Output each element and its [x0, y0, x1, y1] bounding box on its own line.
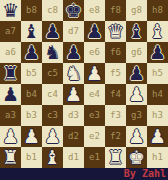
square-label: g8: [131, 6, 142, 15]
white-knight-icon: ♞: [65, 63, 82, 84]
square-g5[interactable]: ♟: [126, 63, 147, 84]
square-c8[interactable]: c8: [42, 0, 63, 21]
square-label: e2: [89, 132, 100, 141]
chess-board: ♛b8c8♚e8f8g8h8a7♝♟d7♟♛♝♝a6♟♞♟e6f6g6♟♜b5c…: [0, 0, 168, 168]
square-c7[interactable]: ♟: [42, 21, 63, 42]
square-b4[interactable]: b4: [21, 84, 42, 105]
square-e7[interactable]: ♟: [84, 21, 105, 42]
square-label: b8: [26, 6, 37, 15]
square-label: f6: [110, 48, 121, 57]
square-c3[interactable]: c3: [42, 105, 63, 126]
square-label: f2: [110, 132, 121, 141]
square-d8[interactable]: ♚: [63, 0, 84, 21]
square-label: e3: [89, 111, 100, 120]
square-label: c8: [47, 6, 58, 15]
square-g7[interactable]: ♝: [126, 21, 147, 42]
white-pawn-icon: ♟: [2, 126, 19, 147]
square-g6[interactable]: g6: [126, 42, 147, 63]
credit-text: By Zahl: [124, 168, 168, 180]
square-g8[interactable]: g8: [126, 0, 147, 21]
square-e2[interactable]: e2: [84, 126, 105, 147]
black-bishop-icon: ♝: [23, 21, 40, 42]
white-pawn-icon: ♟: [128, 126, 145, 147]
status-bar: By Zahl: [0, 168, 168, 180]
square-b8[interactable]: b8: [21, 0, 42, 21]
black-pawn-icon: ♟: [128, 63, 145, 84]
square-label: g6: [131, 48, 142, 57]
square-label: f3: [110, 111, 121, 120]
square-label: a7: [5, 27, 16, 36]
square-label: h1: [152, 153, 163, 162]
square-h1[interactable]: h1: [147, 147, 168, 168]
square-c2[interactable]: ♟: [42, 126, 63, 147]
square-a6[interactable]: a6: [0, 42, 21, 63]
square-e1[interactable]: e1: [84, 147, 105, 168]
square-a5[interactable]: ♜: [0, 63, 21, 84]
square-a4[interactable]: ♟: [0, 84, 21, 105]
square-d5[interactable]: ♞: [63, 63, 84, 84]
square-g2[interactable]: ♟: [126, 126, 147, 147]
white-bishop-icon: ♝: [44, 147, 61, 168]
square-label: a6: [5, 48, 16, 57]
square-label: h8: [152, 6, 163, 15]
square-d6[interactable]: ♟: [63, 42, 84, 63]
square-label: b4: [26, 90, 37, 99]
square-b5[interactable]: b5: [21, 63, 42, 84]
square-a7[interactable]: a7: [0, 21, 21, 42]
square-d2[interactable]: d2: [63, 126, 84, 147]
white-queen-icon: ♛: [107, 21, 124, 42]
square-label: h3: [152, 111, 163, 120]
square-d1[interactable]: d1: [63, 147, 84, 168]
square-b1[interactable]: b1: [21, 147, 42, 168]
square-h3[interactable]: h3: [147, 105, 168, 126]
white-bishop-icon: ♝: [149, 21, 166, 42]
black-pawn-icon: ♟: [65, 42, 82, 63]
square-a3[interactable]: a3: [0, 105, 21, 126]
square-c6[interactable]: ♞: [42, 42, 63, 63]
square-label: h4: [152, 90, 163, 99]
square-h6[interactable]: ♟: [147, 42, 168, 63]
black-pawn-icon: ♟: [44, 21, 61, 42]
square-g4[interactable]: ♟: [126, 84, 147, 105]
square-a8[interactable]: ♛: [0, 0, 21, 21]
black-queen-icon: ♛: [2, 0, 19, 21]
square-f8[interactable]: f8: [105, 0, 126, 21]
square-label: f5: [110, 69, 121, 78]
square-e6[interactable]: e6: [84, 42, 105, 63]
square-e3[interactable]: e3: [84, 105, 105, 126]
square-b7[interactable]: ♝: [21, 21, 42, 42]
square-label: d7: [68, 27, 79, 36]
square-label: d1: [68, 153, 79, 162]
square-label: c4: [47, 90, 58, 99]
white-rook-icon: ♜: [107, 147, 124, 168]
white-pawn-icon: ♟: [128, 84, 145, 105]
white-pawn-icon: ♟: [149, 126, 166, 147]
square-label: e1: [89, 153, 100, 162]
square-label: b3: [26, 111, 37, 120]
square-d3[interactable]: d3: [63, 105, 84, 126]
black-pawn-icon: ♟: [86, 21, 103, 42]
square-g3[interactable]: g3: [126, 105, 147, 126]
square-label: d3: [68, 111, 79, 120]
black-knight-icon: ♞: [44, 42, 61, 63]
square-label: e4: [89, 90, 100, 99]
square-b2[interactable]: ♟: [21, 126, 42, 147]
square-c1[interactable]: ♝: [42, 147, 63, 168]
square-label: e8: [89, 6, 100, 15]
square-f4[interactable]: f4: [105, 84, 126, 105]
black-bishop-icon: ♝: [128, 21, 145, 42]
square-f7[interactable]: ♛: [105, 21, 126, 42]
square-d7[interactable]: d7: [63, 21, 84, 42]
black-king-icon: ♚: [65, 0, 82, 21]
square-f3[interactable]: f3: [105, 105, 126, 126]
square-g1[interactable]: ♚: [126, 147, 147, 168]
square-label: h5: [152, 69, 163, 78]
black-rook-icon: ♜: [2, 63, 19, 84]
square-a2[interactable]: ♟: [0, 126, 21, 147]
square-b3[interactable]: b3: [21, 105, 42, 126]
white-king-icon: ♚: [128, 147, 145, 168]
square-c4[interactable]: c4: [42, 84, 63, 105]
square-label: f4: [110, 90, 121, 99]
square-f6[interactable]: f6: [105, 42, 126, 63]
square-e4[interactable]: e4: [84, 84, 105, 105]
white-rook-icon: ♜: [2, 147, 19, 168]
square-d4[interactable]: ♟: [63, 84, 84, 105]
square-e5[interactable]: ♟: [84, 63, 105, 84]
square-label: d2: [68, 132, 79, 141]
square-h4[interactable]: h4: [147, 84, 168, 105]
square-b6[interactable]: ♟: [21, 42, 42, 63]
square-f1[interactable]: ♜: [105, 147, 126, 168]
square-c5[interactable]: c5: [42, 63, 63, 84]
square-e8[interactable]: e8: [84, 0, 105, 21]
black-pawn-icon: ♟: [23, 42, 40, 63]
square-h5[interactable]: h5: [147, 63, 168, 84]
white-pawn-icon: ♟: [65, 84, 82, 105]
square-h7[interactable]: ♝: [147, 21, 168, 42]
square-f2[interactable]: f2: [105, 126, 126, 147]
white-pawn-icon: ♟: [44, 126, 61, 147]
square-h2[interactable]: ♟: [147, 126, 168, 147]
white-pawn-icon: ♟: [23, 126, 40, 147]
square-label: g3: [131, 111, 142, 120]
square-label: e6: [89, 48, 100, 57]
square-label: c3: [47, 111, 58, 120]
square-label: a3: [5, 111, 16, 120]
square-a1[interactable]: ♜: [0, 147, 21, 168]
square-label: c5: [47, 69, 58, 78]
square-label: f8: [110, 6, 121, 15]
square-f5[interactable]: f5: [105, 63, 126, 84]
square-h8[interactable]: h8: [147, 0, 168, 21]
square-label: b5: [26, 69, 37, 78]
square-label: b1: [26, 153, 37, 162]
white-pawn-icon: ♟: [86, 63, 103, 84]
black-pawn-icon: ♟: [149, 42, 166, 63]
black-pawn-icon: ♟: [2, 84, 19, 105]
